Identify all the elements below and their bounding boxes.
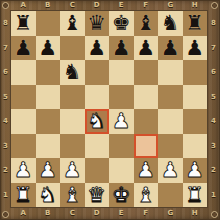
- white-rook-piece[interactable]: ♜: [183, 183, 208, 208]
- square-a2[interactable]: ♟: [11, 158, 36, 183]
- rank-label-left-2: 2: [0, 158, 11, 183]
- square-g1[interactable]: [158, 183, 183, 208]
- black-pawn-piece[interactable]: ♟: [158, 36, 183, 61]
- rank-label-right-6: 6: [207, 60, 220, 85]
- file-labels-top: ABCDEFGH: [11, 0, 207, 11]
- square-h2[interactable]: ♟: [183, 158, 208, 183]
- square-f7[interactable]: ♟: [134, 36, 159, 61]
- white-king-piece[interactable]: ♚: [109, 183, 134, 208]
- corner-screw-icon: [2, 2, 9, 9]
- file-label-bottom-d: D: [85, 207, 110, 220]
- white-pawn-piece[interactable]: ♟: [60, 158, 85, 183]
- white-pawn-piece[interactable]: ♟: [36, 158, 61, 183]
- square-c4[interactable]: [60, 109, 85, 134]
- corner-screw-icon: [2, 211, 9, 218]
- file-label-bottom-c: C: [60, 207, 85, 220]
- file-label-bottom-a: A: [11, 207, 36, 220]
- corner-screw-icon: [211, 2, 218, 9]
- white-knight-piece[interactable]: ♞: [85, 109, 110, 134]
- rank-label-left-8: 8: [0, 11, 11, 36]
- file-label-bottom-e: E: [109, 207, 134, 220]
- square-d4[interactable]: ♞: [85, 109, 110, 134]
- square-b6[interactable]: [36, 60, 61, 85]
- square-c1[interactable]: ♝: [60, 183, 85, 208]
- rank-label-right-8: 8: [207, 11, 220, 36]
- black-rook-piece[interactable]: ♜: [183, 11, 208, 36]
- chess-board-frame: ABCDEFGH ABCDEFGH 87654321 87654321 ♜♝♛♚…: [0, 0, 220, 220]
- black-rook-piece[interactable]: ♜: [11, 11, 36, 36]
- square-d1[interactable]: ♛: [85, 183, 110, 208]
- white-bishop-piece[interactable]: ♝: [60, 183, 85, 208]
- rank-label-right-7: 7: [207, 36, 220, 61]
- file-label-top-b: B: [36, 0, 61, 11]
- rank-label-right-5: 5: [207, 85, 220, 110]
- square-d3[interactable]: [85, 134, 110, 159]
- rank-label-left-6: 6: [0, 60, 11, 85]
- white-pawn-piece[interactable]: ♟: [11, 158, 36, 183]
- rank-label-right-1: 1: [207, 183, 220, 208]
- square-g4[interactable]: [158, 109, 183, 134]
- file-label-top-g: G: [158, 0, 183, 11]
- rank-label-left-5: 5: [0, 85, 11, 110]
- square-a8[interactable]: ♜: [11, 11, 36, 36]
- square-f4[interactable]: [134, 109, 159, 134]
- file-label-bottom-b: B: [36, 207, 61, 220]
- square-e4[interactable]: ♟: [109, 109, 134, 134]
- square-h8[interactable]: ♜: [183, 11, 208, 36]
- square-b7[interactable]: ♟: [36, 36, 61, 61]
- square-a1[interactable]: ♜: [11, 183, 36, 208]
- square-h6[interactable]: [183, 60, 208, 85]
- square-a7[interactable]: ♟: [11, 36, 36, 61]
- square-h3[interactable]: [183, 134, 208, 159]
- square-b2[interactable]: ♟: [36, 158, 61, 183]
- square-a5[interactable]: [11, 85, 36, 110]
- black-pawn-piece[interactable]: ♟: [11, 36, 36, 61]
- rank-label-left-3: 3: [0, 134, 11, 159]
- square-b5[interactable]: [36, 85, 61, 110]
- square-b3[interactable]: [36, 134, 61, 159]
- white-pawn-piece[interactable]: ♟: [109, 109, 134, 134]
- black-queen-piece[interactable]: ♛: [85, 11, 110, 36]
- black-pawn-piece[interactable]: ♟: [36, 36, 61, 61]
- square-h4[interactable]: [183, 109, 208, 134]
- white-pawn-piece[interactable]: ♟: [134, 158, 159, 183]
- square-d8[interactable]: ♛: [85, 11, 110, 36]
- chess-board[interactable]: ♜♝♛♚♝♞♜♟♟♟♟♟♟♟♞♞♟♟♟♟♟♟♟♜♞♝♛♚♝♜: [11, 11, 207, 207]
- square-e7[interactable]: ♟: [109, 36, 134, 61]
- square-h5[interactable]: [183, 85, 208, 110]
- rank-label-right-4: 4: [207, 109, 220, 134]
- white-queen-piece[interactable]: ♛: [85, 183, 110, 208]
- file-label-top-d: D: [85, 0, 110, 11]
- square-d5[interactable]: [85, 85, 110, 110]
- square-d7[interactable]: ♟: [85, 36, 110, 61]
- square-d2[interactable]: [85, 158, 110, 183]
- file-label-top-c: C: [60, 0, 85, 11]
- square-h7[interactable]: ♟: [183, 36, 208, 61]
- square-g2[interactable]: ♟: [158, 158, 183, 183]
- square-f1[interactable]: ♝: [134, 183, 159, 208]
- square-e6[interactable]: [109, 60, 134, 85]
- square-a3[interactable]: [11, 134, 36, 159]
- square-c8[interactable]: ♝: [60, 11, 85, 36]
- corner-screw-icon: [211, 211, 218, 218]
- file-label-bottom-h: H: [183, 207, 208, 220]
- white-pawn-piece[interactable]: ♟: [158, 158, 183, 183]
- rank-label-right-2: 2: [207, 158, 220, 183]
- square-f8[interactable]: ♝: [134, 11, 159, 36]
- black-pawn-piece[interactable]: ♟: [134, 36, 159, 61]
- square-h1[interactable]: ♜: [183, 183, 208, 208]
- black-bishop-piece[interactable]: ♝: [134, 11, 159, 36]
- square-a4[interactable]: [11, 109, 36, 134]
- rank-labels-right: 87654321: [207, 11, 220, 207]
- square-b4[interactable]: [36, 109, 61, 134]
- square-g8[interactable]: ♞: [158, 11, 183, 36]
- square-b1[interactable]: ♞: [36, 183, 61, 208]
- rank-label-left-7: 7: [0, 36, 11, 61]
- square-f6[interactable]: [134, 60, 159, 85]
- square-f2[interactable]: ♟: [134, 158, 159, 183]
- black-pawn-piece[interactable]: ♟: [183, 36, 208, 61]
- square-e5[interactable]: [109, 85, 134, 110]
- square-e1[interactable]: ♚: [109, 183, 134, 208]
- white-pawn-piece[interactable]: ♟: [183, 158, 208, 183]
- square-c2[interactable]: ♟: [60, 158, 85, 183]
- file-label-top-e: E: [109, 0, 134, 11]
- black-king-piece[interactable]: ♚: [109, 11, 134, 36]
- rank-label-left-4: 4: [0, 109, 11, 134]
- file-label-bottom-f: F: [134, 207, 159, 220]
- square-f5[interactable]: [134, 85, 159, 110]
- file-labels-bottom: ABCDEFGH: [11, 207, 207, 220]
- square-e8[interactable]: ♚: [109, 11, 134, 36]
- square-g5[interactable]: [158, 85, 183, 110]
- square-a6[interactable]: [11, 60, 36, 85]
- rank-label-right-3: 3: [207, 134, 220, 159]
- white-rook-piece[interactable]: ♜: [11, 183, 36, 208]
- black-pawn-piece[interactable]: ♟: [85, 36, 110, 61]
- file-label-top-f: F: [134, 0, 159, 11]
- square-c6[interactable]: ♞: [60, 60, 85, 85]
- square-f3[interactable]: [134, 134, 159, 159]
- rank-labels-left: 87654321: [0, 11, 11, 207]
- file-label-top-h: H: [183, 0, 208, 11]
- rank-label-left-1: 1: [0, 183, 11, 208]
- square-b8[interactable]: [36, 11, 61, 36]
- square-g7[interactable]: ♟: [158, 36, 183, 61]
- black-knight-piece[interactable]: ♞: [60, 60, 85, 85]
- square-g3[interactable]: [158, 134, 183, 159]
- black-pawn-piece[interactable]: ♟: [109, 36, 134, 61]
- square-e2[interactable]: [109, 158, 134, 183]
- square-g6[interactable]: [158, 60, 183, 85]
- square-c5[interactable]: [60, 85, 85, 110]
- white-bishop-piece[interactable]: ♝: [134, 183, 159, 208]
- white-knight-piece[interactable]: ♞: [36, 183, 61, 208]
- square-c3[interactable]: [60, 134, 85, 159]
- black-knight-piece[interactable]: ♞: [158, 11, 183, 36]
- file-label-top-a: A: [11, 0, 36, 11]
- square-e3[interactable]: [109, 134, 134, 159]
- square-d6[interactable]: [85, 60, 110, 85]
- black-bishop-piece[interactable]: ♝: [60, 11, 85, 36]
- file-label-bottom-g: G: [158, 207, 183, 220]
- square-c7[interactable]: [60, 36, 85, 61]
